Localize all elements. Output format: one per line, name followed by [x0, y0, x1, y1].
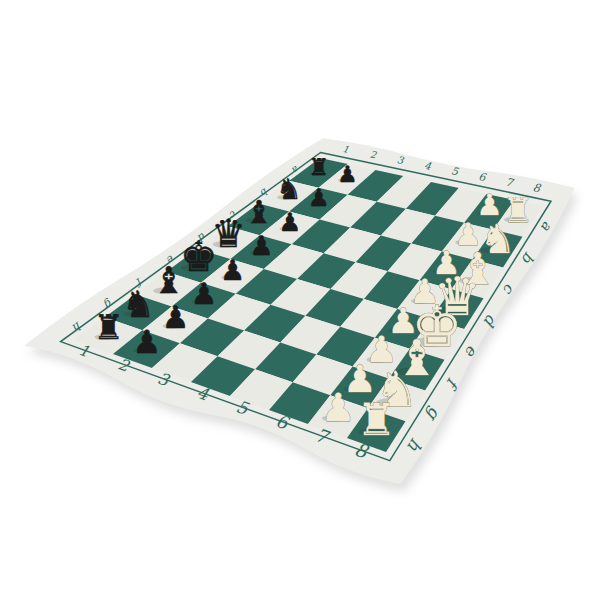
black-rook-h1: ♜: [93, 308, 123, 347]
chessboard-perspective-scene: aabbccddeeffgghh1122334455667788♜♟♞♟♟♜♝♟…: [0, 0, 600, 600]
white-rook-h8: ♜: [357, 394, 397, 445]
black-pawn-e2: ♟: [220, 254, 245, 287]
black-pawn-c2: ♟: [279, 207, 302, 237]
black-king-e1: ♚: [180, 232, 217, 281]
black-bishop-c1: ♝: [245, 194, 273, 230]
black-pawn-g2: ♟: [162, 299, 190, 335]
black-bishop-f1: ♝: [152, 259, 185, 302]
black-knight-b1: ♞: [276, 173, 301, 206]
black-pawn-f2: ♟: [191, 277, 217, 311]
black-pawn-h2: ♟: [132, 323, 161, 361]
black-rook-a1: ♜: [308, 153, 329, 181]
chess-set-product-photo: aabbccddeeffgghh1122334455667788♜♟♞♟♟♜♝♟…: [0, 0, 600, 600]
black-pawn-a2: ♟: [337, 161, 357, 187]
black-pawn-d2: ♟: [249, 230, 273, 261]
white-pawn-h7: ♟: [321, 385, 356, 430]
black-knight-g1: ♞: [122, 283, 155, 326]
black-pawn-b2: ♟: [308, 184, 330, 212]
